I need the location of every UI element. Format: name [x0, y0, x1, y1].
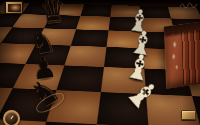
pieces-layer: ♛♞♟♞♝♝♝♝ — [0, 0, 200, 125]
framed-picture-icon — [5, 1, 23, 14]
game-stage: ♛♞♟♞♝♝♝♝ — [0, 0, 200, 125]
script-signature-watermark-icon — [179, 1, 198, 10]
gold-brand-plaque-button[interactable] — [181, 110, 196, 120]
chess-piece-black-knight[interactable]: ♞ — [24, 71, 65, 115]
framed-picture-canvas — [8, 4, 21, 12]
round-clock-dial-button[interactable] — [3, 110, 20, 125]
